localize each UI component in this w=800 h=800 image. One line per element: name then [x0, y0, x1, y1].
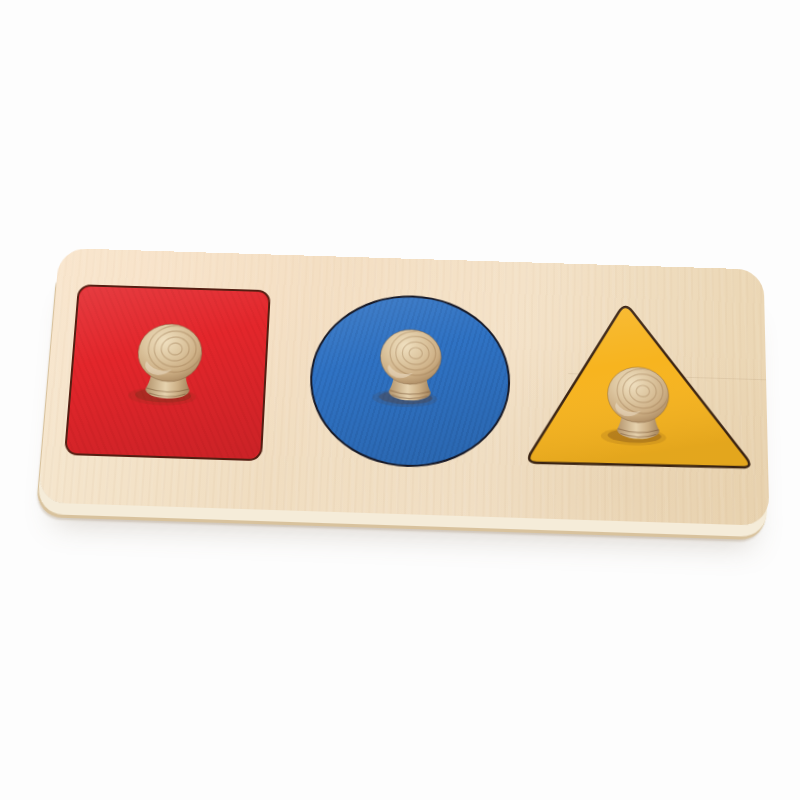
knob-circle[interactable]: [369, 327, 451, 409]
knob-square[interactable]: [124, 321, 213, 407]
knob-triangle[interactable]: [598, 364, 679, 447]
product-photo-scene: [0, 0, 800, 800]
puzzle-board: [38, 248, 770, 526]
